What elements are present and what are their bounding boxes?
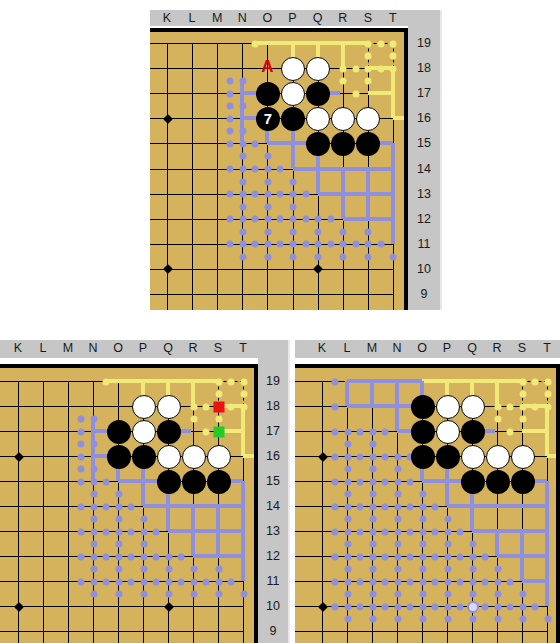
stone-black-Q15[interactable] (306, 132, 330, 156)
col-label-S: S (214, 341, 222, 355)
black-influence-dot (78, 428, 85, 435)
stone-white-P18[interactable] (281, 57, 305, 81)
col-label-Q: Q (467, 341, 477, 355)
black-influence-dot (344, 428, 351, 435)
intersection-L17[interactable] (180, 81, 205, 106)
black-influence-dot (344, 516, 351, 523)
intersection-L9[interactable] (180, 281, 205, 306)
black-influence-dot (115, 566, 122, 573)
stone-black-R15[interactable] (486, 470, 510, 494)
intersection-Q9[interactable] (305, 281, 330, 306)
intersection-L16[interactable] (180, 106, 205, 131)
white-territory-dot (203, 403, 210, 410)
black-influence-dot (419, 553, 426, 560)
black-influence-dot (332, 478, 339, 485)
black-influence-dot (252, 166, 259, 173)
black-influence-dot (252, 216, 259, 223)
intersection-K14[interactable] (6, 494, 31, 519)
black-influence-line (345, 381, 349, 406)
intersection-L14[interactable] (31, 494, 56, 519)
black-influence-dot (227, 90, 234, 97)
white-territory-dot (494, 416, 501, 423)
black-influence-dot (419, 541, 426, 548)
stone-black-S15[interactable] (511, 470, 535, 494)
black-influence-dot (377, 241, 384, 248)
black-influence-dot (365, 228, 372, 235)
intersection-K17[interactable] (154, 81, 179, 106)
black-influence-dot (327, 241, 334, 248)
black-influence-dot (302, 241, 309, 248)
intersection-L16[interactable] (31, 444, 56, 469)
black-influence-dot (239, 166, 246, 173)
black-influence-dot (382, 453, 389, 460)
intersection-O18[interactable] (106, 394, 131, 419)
black-influence-dot (494, 591, 501, 598)
white-territory-dot (494, 403, 501, 410)
intersection-P9[interactable] (280, 281, 305, 306)
black-influence-dot (78, 466, 85, 473)
black-influence-dot (382, 478, 389, 485)
intersection-L11[interactable] (31, 569, 56, 594)
black-influence-dot (332, 503, 339, 510)
intersection-R9[interactable] (330, 281, 355, 306)
intersection-K9[interactable] (154, 281, 179, 306)
black-influence-dot (394, 503, 401, 510)
stone-black-O17[interactable] (107, 420, 131, 444)
stone-black-P16[interactable] (436, 445, 460, 469)
col-label-K: K (163, 11, 171, 25)
intersection-N9[interactable] (81, 619, 106, 643)
col-label-M: M (212, 11, 222, 25)
intersection-K16[interactable] (6, 444, 31, 469)
intersection-M10[interactable] (205, 256, 230, 281)
intersection-S9[interactable] (206, 619, 231, 643)
intersection-M19[interactable] (205, 30, 230, 55)
intersection-K11[interactable] (154, 231, 179, 256)
black-influence-dot (203, 578, 210, 585)
white-territory-dot (240, 391, 247, 398)
black-influence-dot (252, 191, 259, 198)
black-influence-dot (344, 528, 351, 535)
intersection-K15[interactable] (154, 131, 179, 156)
white-territory-dot (507, 428, 514, 435)
row-label-19: 19 (266, 374, 280, 388)
stone-black-S15[interactable] (356, 132, 380, 156)
black-influence-dot (482, 603, 489, 610)
black-influence-dot (332, 528, 339, 535)
row-label-11: 11 (418, 237, 431, 251)
intersection-L13[interactable] (31, 519, 56, 544)
intersection-K16[interactable] (154, 106, 179, 131)
intersection-K19[interactable] (6, 369, 31, 394)
intersection-S9[interactable] (355, 281, 380, 306)
black-influence-dot (128, 503, 135, 510)
stone-black-O18[interactable] (411, 395, 435, 419)
stone-white-Q16[interactable] (306, 107, 330, 131)
intersection-K10[interactable] (6, 594, 31, 619)
intersection-K18[interactable] (6, 394, 31, 419)
intersection-L18[interactable] (31, 394, 56, 419)
intersection-M9[interactable] (205, 281, 230, 306)
stone-white-R16[interactable] (331, 107, 355, 131)
stone-black-O17[interactable] (411, 420, 435, 444)
black-influence-dot (103, 553, 110, 560)
white-territory-dot (390, 53, 397, 60)
intersection-K11[interactable] (6, 569, 31, 594)
row-label-13: 13 (417, 187, 431, 201)
black-influence-dot (115, 528, 122, 535)
stone-white-R16[interactable] (486, 445, 510, 469)
intersection-L13[interactable] (180, 181, 205, 206)
black-influence-dot (369, 466, 376, 473)
white-territory-dot (365, 53, 372, 60)
stone-white-P18[interactable] (436, 395, 460, 419)
black-influence-dot (444, 616, 451, 623)
intersection-O9[interactable] (255, 281, 280, 306)
intersection-K17[interactable] (6, 419, 31, 444)
black-influence-dot (153, 553, 160, 560)
white-territory-dot (390, 65, 397, 72)
black-influence-dot (90, 491, 97, 498)
black-influence-dot (332, 403, 339, 410)
black-influence-dot (532, 603, 539, 610)
intersection-K18[interactable] (154, 56, 179, 81)
black-influence-dot (115, 503, 122, 510)
black-influence-dot (394, 541, 401, 548)
black-influence-dot (178, 553, 185, 560)
intersection-K15[interactable] (6, 469, 31, 494)
black-influence-line (520, 531, 524, 581)
intersection-L10[interactable] (180, 256, 205, 281)
intersection-K19[interactable] (154, 30, 179, 55)
black-influence-dot (227, 166, 234, 173)
black-influence-dot (315, 228, 322, 235)
black-influence-dot (444, 603, 451, 610)
black-influence-dot (239, 216, 246, 223)
intersection-K12[interactable] (154, 206, 179, 231)
stone-black-P16[interactable] (132, 445, 156, 469)
intersection-N9[interactable] (230, 281, 255, 306)
stone-black-O16[interactable]: 7 (256, 107, 280, 131)
col-label-S: S (364, 11, 372, 25)
black-influence-dot (140, 566, 147, 573)
col-label-N: N (88, 341, 97, 355)
black-influence-dot (178, 578, 185, 585)
stone-white-Q18[interactable] (461, 395, 485, 419)
white-territory-line (368, 91, 393, 95)
white-territory-dot (240, 378, 247, 385)
black-influence-dot (340, 253, 347, 260)
black-influence-dot (90, 591, 97, 598)
intersection-K9[interactable] (6, 619, 31, 643)
intersection-L19[interactable] (31, 369, 56, 394)
black-influence-dot (227, 78, 234, 85)
black-influence-dot (394, 553, 401, 560)
black-influence-dot (357, 528, 364, 535)
black-influence-line (391, 143, 395, 243)
black-influence-dot (482, 553, 489, 560)
stone-black-O16[interactable] (107, 445, 131, 469)
black-influence-dot (78, 528, 85, 535)
intersection-M18[interactable] (56, 394, 81, 419)
black-influence-dot (419, 603, 426, 610)
black-influence-dot (369, 591, 376, 598)
go-board-diagram-1: KLMNOPQRST1918171615141312111097A (150, 10, 440, 310)
stone-black-P16[interactable] (281, 107, 305, 131)
col-label-K: K (318, 341, 326, 355)
intersection-L11[interactable] (180, 231, 205, 256)
black-influence-dot (90, 466, 97, 473)
row-label-17: 17 (417, 86, 431, 100)
black-influence-dot (357, 503, 364, 510)
black-influence-dot (357, 453, 364, 460)
intersection-O9[interactable] (106, 619, 131, 643)
black-influence-dot (302, 191, 309, 198)
intersection-L17[interactable] (31, 419, 56, 444)
black-influence-dot (227, 216, 234, 223)
stone-white-P17[interactable] (436, 420, 460, 444)
intersection-L19[interactable] (180, 30, 205, 55)
black-influence-dot (432, 503, 439, 510)
black-influence-dot (90, 478, 97, 485)
black-influence-dot (115, 591, 122, 598)
stone-white-S16[interactable] (207, 445, 231, 469)
intersection-K14[interactable] (154, 156, 179, 181)
black-influence-dot (103, 503, 110, 510)
board-top-edge (295, 364, 560, 368)
stone-white-S16[interactable] (511, 445, 535, 469)
black-influence-dot (394, 528, 401, 535)
black-influence-line (216, 506, 220, 556)
black-influence-dot (190, 578, 197, 585)
white-territory-dot (544, 403, 551, 410)
stone-black-Q17[interactable] (461, 420, 485, 444)
intersection-L18[interactable] (180, 56, 205, 81)
intersection-T9[interactable] (231, 619, 256, 643)
white-territory-dot (190, 403, 197, 410)
white-territory-dot (377, 40, 384, 47)
page: KLMNOPQRST1918171615141312111097A KLMNOP… (0, 0, 560, 643)
intersection-M9[interactable] (56, 619, 81, 643)
black-influence-dot (344, 453, 351, 460)
col-label-N: N (238, 11, 247, 25)
black-influence-dot (332, 428, 339, 435)
intersection-L12[interactable] (180, 206, 205, 231)
black-influence-dot (444, 528, 451, 535)
black-influence-line (370, 381, 374, 406)
black-influence-dot (239, 128, 246, 135)
black-influence-dot (128, 528, 135, 535)
intersection-Q9[interactable] (156, 619, 181, 643)
stone-white-Q18[interactable] (157, 395, 181, 419)
intersection-L15[interactable] (31, 469, 56, 494)
intersection-L12[interactable] (31, 544, 56, 569)
black-influence-dot (264, 191, 271, 198)
stone-black-O17[interactable] (256, 82, 280, 106)
black-influence-dot (215, 591, 222, 598)
row-label-strip: 191817161514131211109 (258, 340, 290, 643)
intersection-L14[interactable] (180, 156, 205, 181)
column-label-strip: KLMNOPQRST (0, 340, 288, 358)
col-label-M: M (63, 341, 73, 355)
row-label-10: 10 (417, 262, 431, 276)
intersection-K13[interactable] (154, 181, 179, 206)
stone-white-R16[interactable] (182, 445, 206, 469)
intersection-L10[interactable] (31, 594, 56, 619)
black-influence-line (318, 192, 393, 196)
black-influence-dot (264, 203, 271, 210)
col-label-R: R (492, 341, 501, 355)
col-label-T: T (389, 11, 397, 25)
row-label-16: 16 (417, 111, 431, 125)
intersection-L15[interactable] (180, 131, 205, 156)
black-influence-dot (369, 516, 376, 523)
black-influence-line (347, 404, 413, 408)
row-label-strip: 191817161514131211109 (408, 10, 442, 310)
black-influence-dot (382, 603, 389, 610)
stone-black-S15[interactable] (207, 470, 231, 494)
intersection-T9[interactable] (380, 281, 405, 306)
black-influence-dot (315, 216, 322, 223)
white-territory-dot (507, 403, 514, 410)
black-influence-dot (394, 491, 401, 498)
black-influence-dot (140, 591, 147, 598)
black-influence-dot (340, 228, 347, 235)
black-influence-dot (507, 603, 514, 610)
black-influence-dot (469, 578, 476, 585)
black-influence-dot (103, 478, 110, 485)
black-influence-dot (407, 528, 414, 535)
col-label-P: P (443, 341, 451, 355)
intersection-K13[interactable] (6, 519, 31, 544)
stone-black-Q15[interactable] (461, 470, 485, 494)
black-influence-dot (90, 578, 97, 585)
black-influence-dot (419, 578, 426, 585)
black-influence-dot (264, 241, 271, 248)
black-influence-dot (252, 241, 259, 248)
stone-white-P18[interactable] (132, 395, 156, 419)
black-influence-dot (190, 591, 197, 598)
black-influence-dot (394, 466, 401, 473)
stone-black-Q17[interactable] (157, 420, 181, 444)
black-influence-dot (115, 491, 122, 498)
stone-white-P17[interactable] (132, 420, 156, 444)
go-board-diagram-3: KLMNOPQRST (295, 340, 560, 643)
white-territory-dot (203, 428, 210, 435)
stone-white-P17[interactable] (281, 82, 305, 106)
black-influence-dot (227, 128, 234, 135)
black-influence-dot (264, 216, 271, 223)
column-label-strip: KLMNOPQRST (295, 340, 560, 358)
stone-black-O16[interactable] (411, 445, 435, 469)
white-territory-dot (519, 378, 526, 385)
black-influence-dot (165, 553, 172, 560)
white-territory-dot (215, 391, 222, 398)
black-influence-line (545, 481, 549, 606)
black-influence-dot (165, 566, 172, 573)
black-influence-dot (239, 203, 246, 210)
black-influence-dot (382, 428, 389, 435)
black-influence-dot (444, 591, 451, 598)
black-influence-dot (357, 553, 364, 560)
black-influence-dot (369, 478, 376, 485)
col-label-K: K (14, 341, 22, 355)
black-influence-dot (78, 478, 85, 485)
intersection-M19[interactable] (56, 369, 81, 394)
go-board-diagram-2: KLMNOPQRST191817161514131211109 (0, 340, 288, 643)
black-influence-dot (369, 616, 376, 623)
white-territory-dot (532, 378, 539, 385)
stone-black-Q15[interactable] (157, 470, 181, 494)
white-territory-dot (544, 391, 551, 398)
stone-black-Q17[interactable] (306, 82, 330, 106)
stone-black-R15[interactable] (331, 132, 355, 156)
black-influence-dot (394, 603, 401, 610)
black-influence-dot (344, 566, 351, 573)
intersection-K10[interactable] (154, 256, 179, 281)
row-label-11: 11 (267, 574, 280, 588)
black-influence-dot (277, 241, 284, 248)
black-influence-dot (519, 603, 526, 610)
col-label-S: S (518, 341, 526, 355)
black-influence-dot (153, 528, 160, 535)
move-number-label: 7 (264, 111, 272, 126)
intersection-M10[interactable] (56, 594, 81, 619)
black-influence-dot (369, 553, 376, 560)
stone-white-Q16[interactable] (157, 445, 181, 469)
intersection-L9[interactable] (31, 619, 56, 643)
row-label-14: 14 (417, 162, 431, 176)
black-influence-dot (344, 616, 351, 623)
intersection-K9[interactable] (310, 619, 335, 643)
black-influence-dot (227, 103, 234, 110)
row-label-15: 15 (417, 136, 431, 150)
white-territory-dot (519, 403, 526, 410)
stone-black-R15[interactable] (182, 470, 206, 494)
black-influence-dot (252, 140, 259, 147)
intersection-R9[interactable] (181, 619, 206, 643)
white-territory-dot (103, 378, 110, 385)
black-influence-dot (290, 241, 297, 248)
black-influence-dot (140, 578, 147, 585)
stone-white-Q18[interactable] (306, 57, 330, 81)
black-influence-dot (432, 603, 439, 610)
black-influence-dot (357, 603, 364, 610)
stone-white-S16[interactable] (356, 107, 380, 131)
intersection-P9[interactable] (131, 619, 156, 643)
black-influence-dot (365, 241, 372, 248)
black-influence-line (522, 579, 547, 583)
intersection-K12[interactable] (6, 544, 31, 569)
black-influence-dot (369, 453, 376, 460)
black-influence-dot (264, 253, 271, 260)
black-influence-dot (419, 503, 426, 510)
black-influence-dot (407, 478, 414, 485)
black-influence-dot (419, 591, 426, 598)
col-label-R: R (338, 11, 347, 25)
black-influence-dot (264, 153, 271, 160)
black-influence-dot (165, 591, 172, 598)
black-influence-dot (357, 478, 364, 485)
black-influence-dot (369, 491, 376, 498)
stone-white-Q16[interactable] (461, 445, 485, 469)
black-influence-dot (344, 441, 351, 448)
intersection-M18[interactable] (205, 56, 230, 81)
black-influence-dot (365, 253, 372, 260)
black-influence-dot (494, 566, 501, 573)
black-influence-dot (165, 578, 172, 585)
col-label-O: O (263, 11, 273, 25)
